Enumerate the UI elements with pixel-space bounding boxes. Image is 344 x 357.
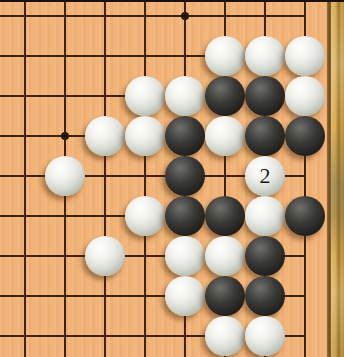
- black-stone: [245, 76, 285, 116]
- white-stone: [205, 236, 245, 276]
- black-stone: [165, 156, 205, 196]
- white-stone: [245, 36, 285, 76]
- star-point: [181, 12, 189, 20]
- table-wood-edge: [331, 0, 344, 357]
- go-board[interactable]: 2: [0, 0, 330, 357]
- white-stone: 2: [245, 156, 285, 196]
- white-stone: [85, 116, 125, 156]
- white-stone: [205, 36, 245, 76]
- white-stone: [165, 236, 205, 276]
- go-game-screenshot: 2: [0, 0, 344, 357]
- white-stone: [245, 196, 285, 236]
- grid-line-vertical: [104, 0, 106, 357]
- star-point: [61, 132, 69, 140]
- white-stone: [45, 156, 85, 196]
- white-stone: [285, 36, 325, 76]
- grid-line-vertical: [144, 0, 146, 357]
- black-stone: [285, 116, 325, 156]
- white-stone: [205, 316, 245, 356]
- black-stone: [165, 116, 205, 156]
- white-stone: [285, 76, 325, 116]
- black-stone: [205, 76, 245, 116]
- black-stone: [245, 236, 285, 276]
- black-stone: [285, 196, 325, 236]
- black-stone: [245, 116, 285, 156]
- black-stone: [165, 196, 205, 236]
- black-stone: [205, 196, 245, 236]
- grid-line-vertical: [24, 0, 26, 357]
- black-stone: [245, 276, 285, 316]
- white-stone: [125, 76, 165, 116]
- white-stone: [125, 196, 165, 236]
- white-stone: [245, 316, 285, 356]
- white-stone: [205, 116, 245, 156]
- top-border: [0, 0, 344, 2]
- white-stone: [165, 76, 205, 116]
- white-stone: [85, 236, 125, 276]
- grid-line-horizontal: [0, 15, 306, 17]
- move-number-label: 2: [260, 165, 271, 187]
- white-stone: [165, 276, 205, 316]
- white-stone: [125, 116, 165, 156]
- black-stone: [205, 276, 245, 316]
